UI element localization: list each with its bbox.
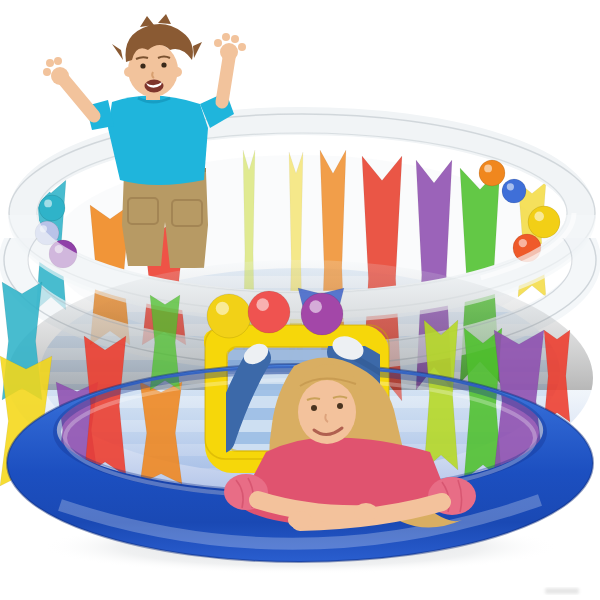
ball-highlight [484, 165, 492, 173]
ball-highlight [44, 200, 52, 208]
product-photo-inflatable-bouncer [0, 0, 600, 600]
watermark-smudge [545, 588, 579, 594]
boy-tshirt [108, 95, 208, 185]
play-ball [248, 291, 290, 333]
ball-highlight [256, 298, 269, 311]
ball-highlight [519, 239, 527, 247]
play-ball [502, 179, 526, 203]
bouncer-scene [0, 0, 600, 600]
ball-highlight [216, 302, 229, 315]
ribbon [544, 330, 570, 422]
play-ball [528, 206, 560, 238]
ball-highlight [534, 212, 544, 222]
ball-highlight [309, 300, 322, 313]
play-ball [479, 160, 505, 186]
play-ball [39, 195, 65, 221]
play-ball [207, 294, 251, 338]
frame-balls [207, 291, 343, 338]
play-ball [301, 293, 343, 335]
ribbon [140, 382, 182, 484]
ball-highlight [507, 183, 514, 190]
